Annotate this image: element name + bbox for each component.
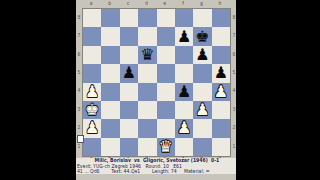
piece-black-pawn-f7: ♟ (177, 29, 191, 45)
square-h6 (212, 46, 230, 64)
square-g6: ♟ (193, 46, 211, 64)
square-c3 (120, 101, 138, 119)
square-f5 (175, 64, 193, 82)
caption-title: Milic, Borislav vs Gligoric, Svetozar (1… (77, 158, 236, 163)
square-h5: ♟ (212, 64, 230, 82)
caption-panel: Milic, Borislav vs Gligoric, Svetozar (1… (76, 158, 236, 174)
rank-labels-right: 87654321 (231, 8, 236, 155)
white-to-move-indicator (77, 135, 84, 143)
square-e8 (157, 9, 175, 27)
caption-info-line: 41 ... Qd6 Text: 44.Qe1 Length: 74 Mater… (77, 169, 236, 174)
piece-white-queen-e1: ♛ (159, 139, 173, 155)
square-d2 (138, 119, 156, 137)
square-g7: ♚ (193, 27, 211, 45)
square-a6 (83, 46, 101, 64)
square-g3: ♟ (193, 101, 211, 119)
chess-board: ♟♚♛♟♟♟♟♟♟♚♟♟♟♛ (82, 8, 231, 157)
piece-white-pawn-h4: ♟ (214, 84, 228, 100)
square-d1 (138, 138, 156, 156)
square-d7 (138, 27, 156, 45)
rank-label-4: 4 (231, 82, 236, 100)
square-g4 (193, 83, 211, 101)
square-c1 (120, 138, 138, 156)
square-h2 (212, 119, 230, 137)
square-g5 (193, 64, 211, 82)
file-label-d: d (137, 0, 155, 8)
square-g1 (193, 138, 211, 156)
square-b2 (101, 119, 119, 137)
square-a8 (83, 9, 101, 27)
square-c5: ♟ (120, 64, 138, 82)
file-label-g: g (192, 0, 210, 8)
square-h8 (212, 9, 230, 27)
square-f7: ♟ (175, 27, 193, 45)
square-c6 (120, 46, 138, 64)
square-e4 (157, 83, 175, 101)
rank-label-5: 5 (231, 63, 236, 81)
square-a1 (83, 138, 101, 156)
piece-black-pawn-g6: ♟ (195, 47, 209, 63)
square-c8 (120, 9, 138, 27)
piece-black-queen-d6: ♛ (140, 47, 154, 63)
file-label-c: c (119, 0, 137, 8)
square-h4: ♟ (212, 83, 230, 101)
piece-white-pawn-g3: ♟ (195, 102, 209, 118)
square-g2 (193, 119, 211, 137)
square-e3 (157, 101, 175, 119)
piece-black-pawn-h5: ♟ (214, 65, 228, 81)
square-a2: ♟ (83, 119, 101, 137)
file-label-e: e (156, 0, 174, 8)
file-label-a: a (82, 0, 100, 8)
file-label-f: f (174, 0, 192, 8)
rank-label-2: 2 (231, 118, 236, 136)
square-b4 (101, 83, 119, 101)
square-h3 (212, 101, 230, 119)
square-b3 (101, 101, 119, 119)
square-h1 (212, 138, 230, 156)
square-e6 (157, 46, 175, 64)
piece-white-pawn-f2: ♟ (177, 120, 191, 136)
square-f2: ♟ (175, 119, 193, 137)
rank-label-8: 8 (231, 8, 236, 26)
file-labels-top: abcdefgh (82, 0, 229, 8)
square-g8 (193, 9, 211, 27)
square-e2 (157, 119, 175, 137)
file-label-b: b (100, 0, 118, 8)
square-f4: ♟ (175, 83, 193, 101)
piece-black-pawn-f4: ♟ (177, 84, 191, 100)
square-e1: ♛ (157, 138, 175, 156)
rank-label-1: 1 (231, 137, 236, 155)
square-f1 (175, 138, 193, 156)
piece-white-pawn-a4: ♟ (85, 84, 99, 100)
square-f6 (175, 46, 193, 64)
square-a3: ♚ (83, 101, 101, 119)
square-h7 (212, 27, 230, 45)
square-b7 (101, 27, 119, 45)
square-d3 (138, 101, 156, 119)
piece-white-king-a3: ♚ (85, 102, 99, 118)
rank-label-6: 6 (231, 45, 236, 63)
square-a4: ♟ (83, 83, 101, 101)
square-b1 (101, 138, 119, 156)
video-frame: abcdefgh 87654321 ♟♚♛♟♟♟♟♟♟♚♟♟♟♛ 8765432… (0, 0, 320, 180)
file-label-h: h (211, 0, 229, 8)
square-d4 (138, 83, 156, 101)
square-d8 (138, 9, 156, 27)
piece-black-king-g7: ♚ (195, 29, 209, 45)
square-b8 (101, 9, 119, 27)
square-e7 (157, 27, 175, 45)
rank-label-7: 7 (231, 26, 236, 44)
square-c7 (120, 27, 138, 45)
square-d6: ♛ (138, 46, 156, 64)
square-d5 (138, 64, 156, 82)
square-c2 (120, 119, 138, 137)
rank-label-3: 3 (231, 100, 236, 118)
piece-black-pawn-c5: ♟ (122, 65, 136, 81)
square-b6 (101, 46, 119, 64)
square-a7 (83, 27, 101, 45)
square-f3 (175, 101, 193, 119)
square-b5 (101, 64, 119, 82)
square-f8 (175, 9, 193, 27)
square-a5 (83, 64, 101, 82)
piece-white-pawn-a2: ♟ (85, 120, 99, 136)
diagram-area: abcdefgh 87654321 ♟♚♛♟♟♟♟♟♟♚♟♟♟♛ 8765432… (76, 0, 236, 180)
square-c4 (120, 83, 138, 101)
square-e5 (157, 64, 175, 82)
